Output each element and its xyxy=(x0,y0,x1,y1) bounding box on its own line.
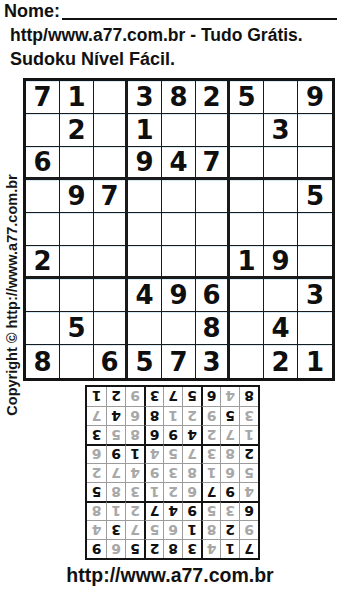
puzzle-cell-r2c4: 1 xyxy=(128,114,162,147)
puzzle-cell-r9c7 xyxy=(230,345,264,378)
solution-cell-r1c3: 4 xyxy=(201,539,220,558)
puzzle-cell-r7c5: 9 xyxy=(162,279,196,312)
puzzle-cell-r9c5: 7 xyxy=(162,345,196,378)
puzzle-cell-r8c4 xyxy=(128,312,162,345)
puzzle-cell-r5c7 xyxy=(230,213,264,246)
puzzle-cell-r6c7: 1 xyxy=(230,246,264,279)
solution-cell-r8c7: 6 xyxy=(125,406,144,425)
solution-cell-r3c4: 9 xyxy=(182,501,201,520)
puzzle-cell-r1c7: 5 xyxy=(230,81,264,114)
sudoku-sheet: Nome: http/www.a77.com.br - Tudo Grátis.… xyxy=(0,0,340,596)
solution-cell-r5c8: 7 xyxy=(106,463,125,482)
puzzle-cell-r3c1: 6 xyxy=(26,147,60,180)
solution-cell-r5c7: 4 xyxy=(125,463,144,482)
solution-cell-r9c3: 6 xyxy=(201,387,220,406)
solution-cell-r9c4: 5 xyxy=(182,387,201,406)
name-label: Nome: xyxy=(4,2,60,20)
puzzle-cell-r3c2 xyxy=(60,147,94,180)
puzzle-cell-r5c4 xyxy=(128,213,162,246)
solution-cell-r2c4: 1 xyxy=(182,520,201,539)
puzzle-cell-r3c4: 9 xyxy=(128,147,162,180)
puzzle-cell-r7c7 xyxy=(230,279,264,312)
puzzle-cell-r7c4: 4 xyxy=(128,279,162,312)
solution-cell-r7c8: 5 xyxy=(106,425,125,444)
solution-cell-r4c8: 8 xyxy=(106,482,125,501)
solution-cell-r2c9: 4 xyxy=(87,520,106,539)
solution-cell-r3c2: 3 xyxy=(220,501,239,520)
puzzle-cell-r1c9: 9 xyxy=(298,81,332,114)
puzzle-cell-r5c3 xyxy=(94,213,128,246)
solution-cell-r2c1: 9 xyxy=(239,520,258,539)
solution-cell-r3c7: 2 xyxy=(125,501,144,520)
solution-cell-r2c6: 5 xyxy=(144,520,163,539)
solution-cell-r8c9: 7 xyxy=(87,406,106,425)
solution-cell-r6c9: 6 xyxy=(87,444,106,463)
puzzle-cell-r9c2 xyxy=(60,345,94,378)
solution-cell-r9c9: 1 xyxy=(87,387,106,406)
solution-cell-r1c5: 8 xyxy=(163,539,182,558)
solution-cell-r5c3: 1 xyxy=(201,463,220,482)
solution-cell-r4c9: 5 xyxy=(87,482,106,501)
solution-cell-r2c8: 3 xyxy=(106,520,125,539)
puzzle-cell-r7c9: 3 xyxy=(298,279,332,312)
sudoku-puzzle-grid: 7138259213694797521949635848657321 xyxy=(23,78,335,381)
puzzle-cell-r8c2: 5 xyxy=(60,312,94,345)
puzzle-cell-r1c1: 7 xyxy=(26,81,60,114)
puzzle-cell-r4c1 xyxy=(26,180,60,213)
puzzle-cell-r6c4 xyxy=(128,246,162,279)
solution-cell-r4c5: 2 xyxy=(163,482,182,501)
solution-cell-r7c4: 4 xyxy=(182,425,201,444)
puzzle-cell-r2c9 xyxy=(298,114,332,147)
puzzle-cell-r8c3 xyxy=(94,312,128,345)
footer-url: http://www.a77.com.br xyxy=(0,564,340,587)
puzzle-cell-r5c5 xyxy=(162,213,196,246)
solution-cell-r3c3: 5 xyxy=(201,501,220,520)
puzzle-cell-r4c2: 9 xyxy=(60,180,94,213)
solution-cell-r1c9: 9 xyxy=(87,539,106,558)
puzzle-cell-r2c5 xyxy=(162,114,196,147)
solution-cell-r7c5: 9 xyxy=(163,425,182,444)
puzzle-cell-r5c1 xyxy=(26,213,60,246)
puzzle-cell-r4c9: 5 xyxy=(298,180,332,213)
solution-cell-r4c1: 4 xyxy=(239,482,258,501)
puzzle-cell-r4c6 xyxy=(196,180,230,213)
solution-cell-r3c9: 8 xyxy=(87,501,106,520)
puzzle-cell-r5c8 xyxy=(264,213,298,246)
puzzle-cell-r6c6 xyxy=(196,246,230,279)
puzzle-cell-r6c2 xyxy=(60,246,94,279)
puzzle-cell-r9c1: 8 xyxy=(26,345,60,378)
puzzle-cell-r3c6: 7 xyxy=(196,147,230,180)
puzzle-cell-r3c9 xyxy=(298,147,332,180)
puzzle-cell-r6c5 xyxy=(162,246,196,279)
solution-cell-r7c6: 6 xyxy=(144,425,163,444)
solution-cell-r2c5: 6 xyxy=(163,520,182,539)
solution-cell-r8c2: 5 xyxy=(220,406,239,425)
puzzle-cell-r6c8: 9 xyxy=(264,246,298,279)
solution-cell-r4c6: 1 xyxy=(144,482,163,501)
puzzle-cell-r7c3 xyxy=(94,279,128,312)
solution-cell-r6c1: 2 xyxy=(239,444,258,463)
puzzle-cell-r4c8 xyxy=(264,180,298,213)
puzzle-cell-r9c4: 5 xyxy=(128,345,162,378)
name-blank-line xyxy=(62,3,337,20)
solution-cell-r5c9: 2 xyxy=(87,463,106,482)
vertical-copyright: Copyright © http://www.a77.com.br xyxy=(4,145,20,445)
solution-cell-r8c6: 8 xyxy=(144,406,163,425)
puzzle-cell-r1c8 xyxy=(264,81,298,114)
solution-cell-r4c4: 6 xyxy=(182,482,201,501)
puzzle-cell-r8c6: 8 xyxy=(196,312,230,345)
puzzle-cell-r8c7 xyxy=(230,312,264,345)
solution-cell-r9c2: 4 xyxy=(220,387,239,406)
puzzle-cell-r3c5: 4 xyxy=(162,147,196,180)
solution-cell-r8c3: 9 xyxy=(201,406,220,425)
puzzle-cell-r3c3 xyxy=(94,147,128,180)
puzzle-cell-r9c3: 6 xyxy=(94,345,128,378)
solution-cell-r6c4: 7 xyxy=(182,444,201,463)
solution-cell-r5c6: 9 xyxy=(144,463,163,482)
solution-cell-r5c4: 8 xyxy=(182,463,201,482)
solution-cell-r6c2: 8 xyxy=(220,444,239,463)
solution-cell-r6c3: 3 xyxy=(201,444,220,463)
solution-cell-r3c5: 4 xyxy=(163,501,182,520)
solution-cell-r5c1: 5 xyxy=(239,463,258,482)
puzzle-cell-r8c1 xyxy=(26,312,60,345)
puzzle-cell-r2c1 xyxy=(26,114,60,147)
puzzle-cell-r5c2 xyxy=(60,213,94,246)
puzzle-cell-r1c3 xyxy=(94,81,128,114)
puzzle-cell-r6c1: 2 xyxy=(26,246,60,279)
puzzle-cell-r4c3: 7 xyxy=(94,180,128,213)
puzzle-cell-r2c8: 3 xyxy=(264,114,298,147)
puzzle-cell-r7c8 xyxy=(264,279,298,312)
puzzle-cell-r6c9 xyxy=(298,246,332,279)
puzzle-cell-r2c7 xyxy=(230,114,264,147)
puzzle-cell-r1c6: 2 xyxy=(196,81,230,114)
solution-cell-r7c3: 2 xyxy=(201,425,220,444)
puzzle-cell-r2c3 xyxy=(94,114,128,147)
solution-cell-r1c2: 1 xyxy=(220,539,239,558)
puzzle-cell-r4c5 xyxy=(162,180,196,213)
solution-cell-r6c8: 9 xyxy=(106,444,125,463)
solution-cell-r3c8: 1 xyxy=(106,501,125,520)
solution-cell-r6c7: 1 xyxy=(125,444,144,463)
solution-cell-r7c9: 3 xyxy=(87,425,106,444)
solution-cell-r2c3: 8 xyxy=(201,520,220,539)
puzzle-cell-r6c3 xyxy=(94,246,128,279)
name-row: Nome: xyxy=(4,2,337,20)
puzzle-cell-r5c9 xyxy=(298,213,332,246)
solution-cell-r4c7: 3 xyxy=(125,482,144,501)
puzzle-cell-r2c2: 2 xyxy=(60,114,94,147)
puzzle-cell-r9c9: 1 xyxy=(298,345,332,378)
puzzle-cell-r8c5 xyxy=(162,312,196,345)
puzzle-cell-r1c2: 1 xyxy=(60,81,94,114)
solution-cell-r1c8: 6 xyxy=(106,539,125,558)
solution-cell-r9c7: 9 xyxy=(125,387,144,406)
solution-cell-r1c7: 5 xyxy=(125,539,144,558)
solution-cell-r4c2: 9 xyxy=(220,482,239,501)
puzzle-cell-r4c7 xyxy=(230,180,264,213)
solution-cell-r3c1: 6 xyxy=(239,501,258,520)
solution-cell-r1c1: 7 xyxy=(239,539,258,558)
puzzle-cell-r4c4 xyxy=(128,180,162,213)
solution-cell-r5c2: 6 xyxy=(220,463,239,482)
puzzle-cell-r7c1 xyxy=(26,279,60,312)
puzzle-cell-r2c6 xyxy=(196,114,230,147)
solution-cell-r8c8: 4 xyxy=(106,406,125,425)
solution-cell-r8c4: 2 xyxy=(182,406,201,425)
sudoku-solution-grid-rotated-180: 7143825699281657346359472184976213855618… xyxy=(85,385,260,560)
puzzle-cell-r7c2 xyxy=(60,279,94,312)
solution-cell-r8c1: 3 xyxy=(239,406,258,425)
puzzle-cell-r3c8 xyxy=(264,147,298,180)
solution-cell-r7c2: 7 xyxy=(220,425,239,444)
site-title: http/www.a77.com.br - Tudo Grátis. xyxy=(10,25,303,46)
puzzle-cell-r1c5: 8 xyxy=(162,81,196,114)
solution-cell-r6c6: 4 xyxy=(144,444,163,463)
solution-cell-r7c1: 1 xyxy=(239,425,258,444)
solution-cell-r1c6: 2 xyxy=(144,539,163,558)
puzzle-cell-r9c6: 3 xyxy=(196,345,230,378)
puzzle-level-title: Sudoku Nível Fácil. xyxy=(10,49,175,70)
solution-cell-r1c4: 3 xyxy=(182,539,201,558)
solution-cell-r8c5: 1 xyxy=(163,406,182,425)
solution-cell-r2c2: 2 xyxy=(220,520,239,539)
puzzle-cell-r9c8: 2 xyxy=(264,345,298,378)
solution-cell-r9c6: 3 xyxy=(144,387,163,406)
solution-cell-r9c1: 8 xyxy=(239,387,258,406)
puzzle-cell-r3c7 xyxy=(230,147,264,180)
solution-cell-r9c8: 2 xyxy=(106,387,125,406)
solution-cell-r6c5: 5 xyxy=(163,444,182,463)
puzzle-cell-r8c9 xyxy=(298,312,332,345)
solution-cell-r5c5: 3 xyxy=(163,463,182,482)
solution-cell-r3c6: 7 xyxy=(144,501,163,520)
puzzle-cell-r1c4: 3 xyxy=(128,81,162,114)
solution-cell-r9c5: 7 xyxy=(163,387,182,406)
solution-cell-r2c7: 7 xyxy=(125,520,144,539)
solution-cell-r7c7: 8 xyxy=(125,425,144,444)
puzzle-cell-r8c8: 4 xyxy=(264,312,298,345)
puzzle-cell-r5c6 xyxy=(196,213,230,246)
puzzle-cell-r7c6: 6 xyxy=(196,279,230,312)
solution-cell-r4c3: 7 xyxy=(201,482,220,501)
